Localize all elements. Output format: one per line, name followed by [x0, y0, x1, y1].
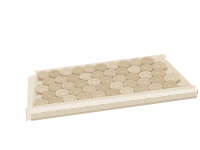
product-photo — [0, 0, 200, 150]
bed-base-svg — [0, 0, 200, 150]
